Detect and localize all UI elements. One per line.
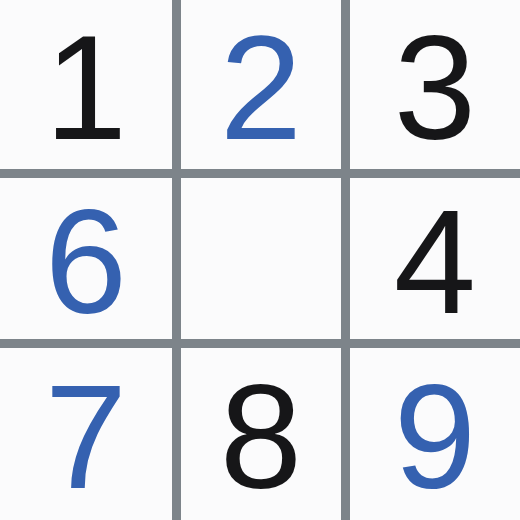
sudoku-board: 12364789: [0, 0, 520, 520]
sudoku-cell-r1c1[interactable]: [181, 178, 341, 339]
sudoku-cell-r0c0[interactable]: 1: [0, 0, 172, 169]
sudoku-cell-r0c2[interactable]: 3: [350, 0, 520, 169]
sudoku-cell-r2c2[interactable]: 9: [350, 348, 520, 520]
sudoku-cell-r1c0[interactable]: 6: [0, 178, 172, 339]
sudoku-cell-r2c1[interactable]: 8: [181, 348, 341, 520]
sudoku-cell-r2c0[interactable]: 7: [0, 348, 172, 520]
sudoku-cell-r1c2[interactable]: 4: [350, 178, 520, 339]
sudoku-cell-r0c1[interactable]: 2: [181, 0, 341, 169]
